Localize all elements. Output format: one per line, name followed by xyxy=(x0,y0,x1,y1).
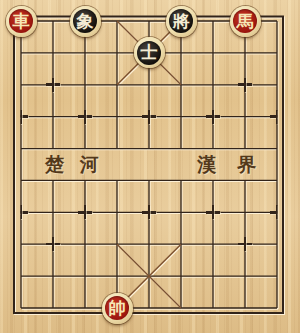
piece-black-elephant[interactable]: 象 xyxy=(70,6,101,37)
piece-character: 帥 xyxy=(105,296,129,320)
piece-character: 車 xyxy=(9,9,33,33)
piece-character: 馬 xyxy=(233,9,257,33)
piece-character: 將 xyxy=(169,9,193,33)
piece-black-advisor[interactable]: 士 xyxy=(134,37,165,68)
pieces-layer: 車象將馬士帥 xyxy=(0,0,300,333)
piece-red-general[interactable]: 帥 xyxy=(102,293,133,324)
xiangqi-board: 楚河 漢界 車象將馬士帥 xyxy=(0,0,300,333)
piece-character: 象 xyxy=(73,9,97,33)
piece-red-chariot[interactable]: 車 xyxy=(6,6,37,37)
piece-black-general[interactable]: 將 xyxy=(166,6,197,37)
piece-character: 士 xyxy=(137,41,161,65)
piece-red-horse[interactable]: 馬 xyxy=(230,6,261,37)
